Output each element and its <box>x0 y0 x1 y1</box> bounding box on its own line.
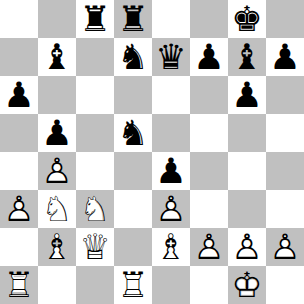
square-c5[interactable] <box>76 114 114 152</box>
piece-black-knight: ♞ <box>114 114 152 152</box>
piece-black-pawn: ♟ <box>38 114 76 152</box>
square-e6[interactable] <box>152 76 190 114</box>
piece-white-pawn: ♙ <box>228 228 266 266</box>
square-f4[interactable] <box>190 152 228 190</box>
square-e3[interactable]: ♟♙ <box>152 190 190 228</box>
piece-white-rook: ♖ <box>114 266 152 304</box>
square-b7[interactable]: ♝ <box>38 38 76 76</box>
square-d5[interactable]: ♞ <box>114 114 152 152</box>
square-c8[interactable]: ♜ <box>76 0 114 38</box>
square-d3[interactable] <box>114 190 152 228</box>
square-d8[interactable]: ♜ <box>114 0 152 38</box>
square-h8[interactable] <box>266 0 304 38</box>
square-h5[interactable] <box>266 114 304 152</box>
square-b8[interactable] <box>38 0 76 38</box>
square-e5[interactable] <box>152 114 190 152</box>
square-f1[interactable] <box>190 266 228 304</box>
piece-white-pawn: ♙ <box>152 190 190 228</box>
piece-white-rook: ♖ <box>0 266 38 304</box>
square-f6[interactable] <box>190 76 228 114</box>
piece-black-rook: ♜ <box>114 0 152 38</box>
square-h6[interactable] <box>266 76 304 114</box>
piece-black-pawn: ♟ <box>228 76 266 114</box>
square-a5[interactable] <box>0 114 38 152</box>
square-c7[interactable] <box>76 38 114 76</box>
square-f2[interactable]: ♟♙ <box>190 228 228 266</box>
square-b5[interactable]: ♟ <box>38 114 76 152</box>
square-d7[interactable]: ♞ <box>114 38 152 76</box>
square-b4[interactable]: ♟♙ <box>38 152 76 190</box>
square-g3[interactable] <box>228 190 266 228</box>
square-c4[interactable] <box>76 152 114 190</box>
piece-white-pawn: ♙ <box>266 228 304 266</box>
square-e2[interactable]: ♝♗ <box>152 228 190 266</box>
piece-black-bishop: ♝ <box>38 38 76 76</box>
square-g5[interactable] <box>228 114 266 152</box>
square-c2[interactable]: ♛♕ <box>76 228 114 266</box>
piece-white-pawn: ♙ <box>0 190 38 228</box>
square-e4[interactable]: ♟ <box>152 152 190 190</box>
square-d2[interactable] <box>114 228 152 266</box>
chess-board: ♜♜♚♝♞♛♟♝♟♟♟♟♞♟♙♟♟♙♞♘♞♘♟♙♝♗♛♕♝♗♟♙♟♙♟♙♜♖♜♖… <box>0 0 304 304</box>
piece-black-bishop: ♝ <box>228 38 266 76</box>
piece-white-pawn: ♙ <box>38 152 76 190</box>
piece-black-pawn: ♟ <box>152 152 190 190</box>
square-h4[interactable] <box>266 152 304 190</box>
piece-black-pawn: ♟ <box>0 76 38 114</box>
square-a1[interactable]: ♜♖ <box>0 266 38 304</box>
square-a8[interactable] <box>0 0 38 38</box>
square-h1[interactable] <box>266 266 304 304</box>
piece-white-queen: ♕ <box>76 228 114 266</box>
square-a3[interactable]: ♟♙ <box>0 190 38 228</box>
square-g7[interactable]: ♝ <box>228 38 266 76</box>
piece-black-king: ♚ <box>228 0 266 38</box>
square-b6[interactable] <box>38 76 76 114</box>
piece-black-pawn: ♟ <box>190 38 228 76</box>
square-h7[interactable]: ♟ <box>266 38 304 76</box>
square-a7[interactable] <box>0 38 38 76</box>
piece-white-king: ♔ <box>228 266 266 304</box>
piece-white-pawn: ♙ <box>190 228 228 266</box>
square-d6[interactable] <box>114 76 152 114</box>
square-f8[interactable] <box>190 0 228 38</box>
square-f5[interactable] <box>190 114 228 152</box>
square-e1[interactable] <box>152 266 190 304</box>
square-a6[interactable]: ♟ <box>0 76 38 114</box>
square-a2[interactable] <box>0 228 38 266</box>
square-a4[interactable] <box>0 152 38 190</box>
square-f7[interactable]: ♟ <box>190 38 228 76</box>
square-e8[interactable] <box>152 0 190 38</box>
square-g2[interactable]: ♟♙ <box>228 228 266 266</box>
square-f3[interactable] <box>190 190 228 228</box>
square-c3[interactable]: ♞♘ <box>76 190 114 228</box>
square-d4[interactable] <box>114 152 152 190</box>
piece-black-pawn: ♟ <box>266 38 304 76</box>
piece-white-bishop: ♗ <box>38 228 76 266</box>
square-d1[interactable]: ♜♖ <box>114 266 152 304</box>
square-g1[interactable]: ♚♔ <box>228 266 266 304</box>
piece-white-bishop: ♗ <box>152 228 190 266</box>
square-b3[interactable]: ♞♘ <box>38 190 76 228</box>
square-g4[interactable] <box>228 152 266 190</box>
square-h3[interactable] <box>266 190 304 228</box>
square-c1[interactable] <box>76 266 114 304</box>
square-h2[interactable]: ♟♙ <box>266 228 304 266</box>
square-e7[interactable]: ♛ <box>152 38 190 76</box>
square-b1[interactable] <box>38 266 76 304</box>
piece-black-rook: ♜ <box>76 0 114 38</box>
square-g6[interactable]: ♟ <box>228 76 266 114</box>
square-b2[interactable]: ♝♗ <box>38 228 76 266</box>
piece-white-knight: ♘ <box>76 190 114 228</box>
piece-white-knight: ♘ <box>38 190 76 228</box>
piece-black-queen: ♛ <box>152 38 190 76</box>
piece-black-knight: ♞ <box>114 38 152 76</box>
square-g8[interactable]: ♚ <box>228 0 266 38</box>
square-c6[interactable] <box>76 76 114 114</box>
